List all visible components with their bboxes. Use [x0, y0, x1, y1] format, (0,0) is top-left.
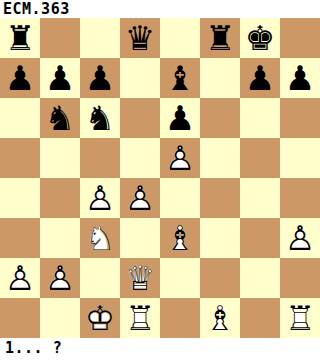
black-pawn-piece[interactable]: ♟	[160, 98, 200, 138]
black-rook-piece[interactable]: ♜	[0, 18, 40, 58]
square-a6[interactable]	[0, 98, 40, 138]
square-f1[interactable]: ♝♗	[200, 298, 240, 338]
chess-board: ♜♛♜♚♟♟♟♝♟♟♞♞♟♟♙♟♙♟♙♞♘♝♗♟♙♟♙♟♙♛♕♚♔♜♖♝♗♜♖	[0, 18, 320, 338]
white-bishop-piece[interactable]: ♝♗	[160, 218, 200, 258]
black-piece-body: ♛	[120, 18, 160, 58]
white-rook-piece[interactable]: ♜♖	[280, 298, 320, 338]
square-h6[interactable]	[280, 98, 320, 138]
square-b5[interactable]	[40, 138, 80, 178]
white-piece-outline: ♙	[160, 138, 200, 178]
square-a5[interactable]	[0, 138, 40, 178]
white-piece-outline: ♗	[200, 298, 240, 338]
square-h7[interactable]: ♟	[280, 58, 320, 98]
white-bishop-piece[interactable]: ♝♗	[200, 298, 240, 338]
square-h3[interactable]: ♟♙	[280, 218, 320, 258]
square-d4[interactable]: ♟♙	[120, 178, 160, 218]
square-b2[interactable]: ♟♙	[40, 258, 80, 298]
square-e7[interactable]: ♝	[160, 58, 200, 98]
square-b6[interactable]: ♞	[40, 98, 80, 138]
square-h4[interactable]	[280, 178, 320, 218]
black-piece-body: ♟	[160, 98, 200, 138]
puzzle-title: ECM.363	[3, 0, 70, 18]
square-d5[interactable]	[120, 138, 160, 178]
square-h5[interactable]	[280, 138, 320, 178]
white-piece-outline: ♖	[120, 298, 160, 338]
white-knight-piece[interactable]: ♞♘	[80, 218, 120, 258]
square-c5[interactable]	[80, 138, 120, 178]
square-f2[interactable]	[200, 258, 240, 298]
square-g8[interactable]: ♚	[240, 18, 280, 58]
white-pawn-piece[interactable]: ♟♙	[0, 258, 40, 298]
white-pawn-piece[interactable]: ♟♙	[120, 178, 160, 218]
black-pawn-piece[interactable]: ♟	[40, 58, 80, 98]
square-g7[interactable]: ♟	[240, 58, 280, 98]
square-a3[interactable]	[0, 218, 40, 258]
square-d3[interactable]	[120, 218, 160, 258]
white-piece-outline: ♙	[0, 258, 40, 298]
square-e2[interactable]	[160, 258, 200, 298]
black-piece-body: ♟	[0, 58, 40, 98]
square-f3[interactable]	[200, 218, 240, 258]
square-d6[interactable]	[120, 98, 160, 138]
black-piece-body: ♞	[40, 98, 80, 138]
black-rook-piece[interactable]: ♜	[200, 18, 240, 58]
black-piece-body: ♜	[0, 18, 40, 58]
square-f8[interactable]: ♜	[200, 18, 240, 58]
black-queen-piece[interactable]: ♛	[120, 18, 160, 58]
square-g4[interactable]	[240, 178, 280, 218]
black-bishop-piece[interactable]: ♝	[160, 58, 200, 98]
square-a8[interactable]: ♜	[0, 18, 40, 58]
square-e8[interactable]	[160, 18, 200, 58]
square-e4[interactable]	[160, 178, 200, 218]
black-pawn-piece[interactable]: ♟	[80, 58, 120, 98]
square-d2[interactable]: ♛♕	[120, 258, 160, 298]
black-piece-body: ♟	[240, 58, 280, 98]
square-c7[interactable]: ♟	[80, 58, 120, 98]
square-b4[interactable]	[40, 178, 80, 218]
square-g2[interactable]	[240, 258, 280, 298]
square-h2[interactable]	[280, 258, 320, 298]
square-c6[interactable]: ♞	[80, 98, 120, 138]
black-king-piece[interactable]: ♚	[240, 18, 280, 58]
square-b3[interactable]	[40, 218, 80, 258]
black-knight-piece[interactable]: ♞	[40, 98, 80, 138]
white-king-piece[interactable]: ♚♔	[80, 298, 120, 338]
square-b1[interactable]	[40, 298, 80, 338]
white-pawn-piece[interactable]: ♟♙	[160, 138, 200, 178]
white-piece-outline: ♙	[40, 258, 80, 298]
black-piece-body: ♟	[280, 58, 320, 98]
square-c1[interactable]: ♚♔	[80, 298, 120, 338]
square-e3[interactable]: ♝♗	[160, 218, 200, 258]
square-e6[interactable]: ♟	[160, 98, 200, 138]
square-b8[interactable]	[40, 18, 80, 58]
white-pawn-piece[interactable]: ♟♙	[40, 258, 80, 298]
square-e5[interactable]: ♟♙	[160, 138, 200, 178]
black-pawn-piece[interactable]: ♟	[280, 58, 320, 98]
square-d1[interactable]: ♜♖	[120, 298, 160, 338]
white-pawn-piece[interactable]: ♟♙	[280, 218, 320, 258]
square-d8[interactable]: ♛	[120, 18, 160, 58]
black-piece-body: ♜	[200, 18, 240, 58]
black-piece-body: ♞	[80, 98, 120, 138]
square-a1[interactable]	[0, 298, 40, 338]
white-piece-outline: ♖	[280, 298, 320, 338]
white-piece-outline: ♗	[160, 218, 200, 258]
black-piece-body: ♟	[80, 58, 120, 98]
white-piece-outline: ♔	[80, 298, 120, 338]
white-rook-piece[interactable]: ♜♖	[120, 298, 160, 338]
white-queen-piece[interactable]: ♛♕	[120, 258, 160, 298]
black-piece-body: ♝	[160, 58, 200, 98]
black-pawn-piece[interactable]: ♟	[240, 58, 280, 98]
square-a2[interactable]: ♟♙	[0, 258, 40, 298]
square-f6[interactable]	[200, 98, 240, 138]
square-c4[interactable]: ♟♙	[80, 178, 120, 218]
puzzle-window: ECM.363 ♜♛♜♚♟♟♟♝♟♟♞♞♟♟♙♟♙♟♙♞♘♝♗♟♙♟♙♟♙♛♕♚…	[0, 0, 320, 360]
black-piece-body: ♚	[240, 18, 280, 58]
move-prompt: 1... ?	[5, 338, 62, 360]
square-f4[interactable]	[200, 178, 240, 218]
black-pawn-piece[interactable]: ♟	[0, 58, 40, 98]
square-h8[interactable]	[280, 18, 320, 58]
square-f7[interactable]	[200, 58, 240, 98]
square-b7[interactable]: ♟	[40, 58, 80, 98]
white-piece-outline: ♙	[280, 218, 320, 258]
black-knight-piece[interactable]: ♞	[80, 98, 120, 138]
square-c2[interactable]	[80, 258, 120, 298]
white-piece-outline: ♕	[120, 258, 160, 298]
square-c8[interactable]	[80, 18, 120, 58]
black-piece-body: ♟	[40, 58, 80, 98]
square-a4[interactable]	[0, 178, 40, 218]
square-f5[interactable]	[200, 138, 240, 178]
square-a7[interactable]: ♟	[0, 58, 40, 98]
square-g1[interactable]	[240, 298, 280, 338]
square-d7[interactable]	[120, 58, 160, 98]
square-g6[interactable]	[240, 98, 280, 138]
white-pawn-piece[interactable]: ♟♙	[80, 178, 120, 218]
square-c3[interactable]: ♞♘	[80, 218, 120, 258]
white-piece-outline: ♙	[80, 178, 120, 218]
white-piece-outline: ♘	[80, 218, 120, 258]
square-e1[interactable]	[160, 298, 200, 338]
square-h1[interactable]: ♜♖	[280, 298, 320, 338]
white-piece-outline: ♙	[120, 178, 160, 218]
square-g3[interactable]	[240, 218, 280, 258]
square-g5[interactable]	[240, 138, 280, 178]
